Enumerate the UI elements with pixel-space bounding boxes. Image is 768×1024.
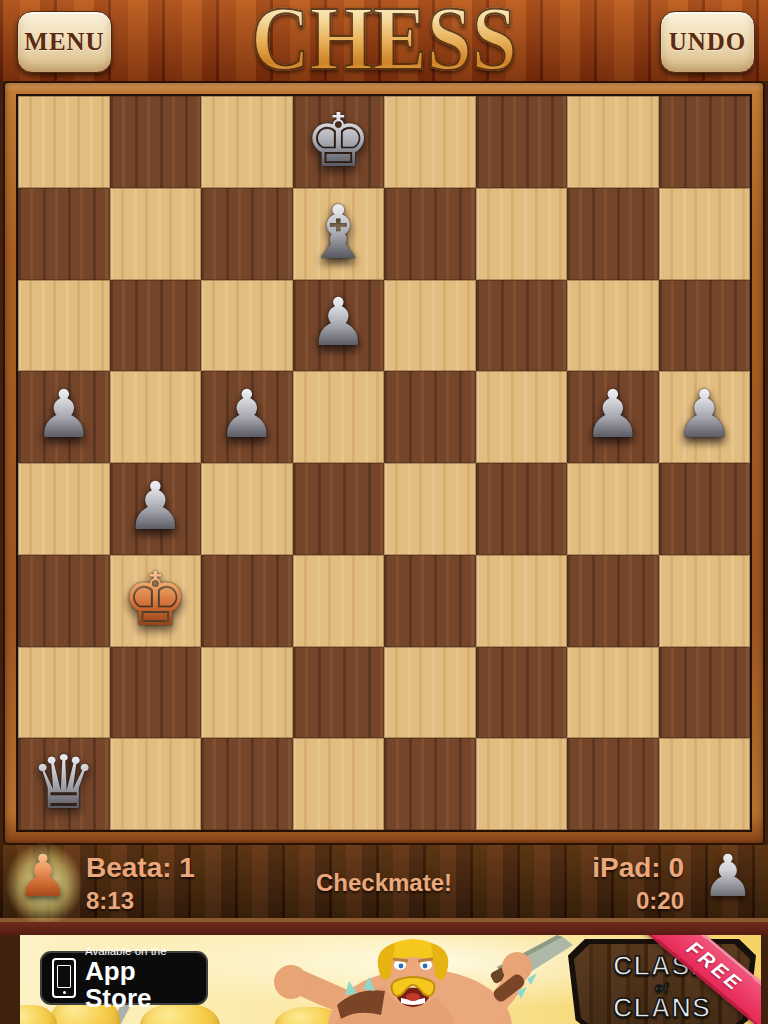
square-h3[interactable] <box>659 555 751 647</box>
square-a7[interactable] <box>18 188 110 280</box>
square-f7[interactable] <box>476 188 568 280</box>
square-b7[interactable] <box>110 188 202 280</box>
square-g3[interactable] <box>567 555 659 647</box>
square-h6[interactable] <box>659 280 751 372</box>
square-d6[interactable]: ♟ <box>293 280 385 372</box>
piece-black-pawn-a5[interactable]: ♟ <box>34 382 93 448</box>
square-c4[interactable] <box>201 463 293 555</box>
square-f4[interactable] <box>476 463 568 555</box>
app-store-badge-text: Available on the App Store <box>85 945 206 1012</box>
badge-large-text: App Store <box>85 958 206 1012</box>
square-e7[interactable] <box>384 188 476 280</box>
square-c7[interactable] <box>201 188 293 280</box>
square-c3[interactable] <box>201 555 293 647</box>
right-player-info: iPad: 0 0:20 <box>592 852 684 915</box>
square-f2[interactable] <box>476 647 568 739</box>
square-b5[interactable] <box>110 371 202 463</box>
square-g2[interactable] <box>567 647 659 739</box>
piece-black-pawn-g5[interactable]: ♟ <box>583 382 642 448</box>
clans-text: CLANS <box>613 995 711 1022</box>
square-c6[interactable] <box>201 280 293 372</box>
menu-button[interactable]: MENU <box>17 11 112 73</box>
square-e8[interactable] <box>384 96 476 188</box>
chess-app-screen: CHESS MENU UNDO ♚♝♟♟♟♟♟♟♚♛ ♟ Beata: 1 8:… <box>0 0 768 1024</box>
square-h5[interactable]: ♟ <box>659 371 751 463</box>
square-a6[interactable] <box>18 280 110 372</box>
square-d8[interactable]: ♚ <box>293 96 385 188</box>
piece-black-pawn-b4[interactable]: ♟ <box>126 474 185 540</box>
ad-gold-stack <box>20 1005 57 1024</box>
square-c5[interactable]: ♟ <box>201 371 293 463</box>
square-g1[interactable] <box>567 738 659 830</box>
square-b1[interactable] <box>110 738 202 830</box>
undo-button[interactable]: UNDO <box>660 11 755 73</box>
square-b8[interactable] <box>110 96 202 188</box>
square-a3[interactable] <box>18 555 110 647</box>
iphone-icon <box>52 958 76 998</box>
square-c1[interactable] <box>201 738 293 830</box>
square-d5[interactable] <box>293 371 385 463</box>
right-player-score: iPad: 0 <box>592 852 684 884</box>
bottom-hud-bar: ♟ Beata: 1 8:13 Checkmate! iPad: 0 0:20 … <box>0 845 768 922</box>
black-player-pawn-icon: ♟ <box>702 847 754 905</box>
square-a4[interactable] <box>18 463 110 555</box>
square-e2[interactable] <box>384 647 476 739</box>
square-e3[interactable] <box>384 555 476 647</box>
ad-banner[interactable]: Available on the App Store CLASH of CLAN… <box>20 935 761 1024</box>
square-d1[interactable] <box>293 738 385 830</box>
square-g4[interactable] <box>567 463 659 555</box>
app-store-badge[interactable]: Available on the App Store <box>40 951 208 1005</box>
square-b2[interactable] <box>110 647 202 739</box>
square-e1[interactable] <box>384 738 476 830</box>
square-b6[interactable] <box>110 280 202 372</box>
board-frame: ♚♝♟♟♟♟♟♟♚♛ <box>3 81 765 845</box>
ad-barbarian-illustration <box>245 935 585 1024</box>
square-b3[interactable]: ♚ <box>110 555 202 647</box>
square-d7[interactable]: ♝ <box>293 188 385 280</box>
square-e5[interactable] <box>384 371 476 463</box>
square-a5[interactable]: ♟ <box>18 371 110 463</box>
square-h1[interactable] <box>659 738 751 830</box>
divider-strip <box>0 922 768 935</box>
square-f1[interactable] <box>476 738 568 830</box>
piece-black-pawn-h5[interactable]: ♟ <box>675 382 734 448</box>
piece-black-queen-a1[interactable]: ♛ <box>31 745 97 819</box>
square-a8[interactable] <box>18 96 110 188</box>
square-f6[interactable] <box>476 280 568 372</box>
piece-black-pawn-d6[interactable]: ♟ <box>309 290 368 356</box>
piece-black-bishop-d7[interactable]: ♝ <box>305 195 371 269</box>
square-h2[interactable] <box>659 647 751 739</box>
square-h8[interactable] <box>659 96 751 188</box>
square-c8[interactable] <box>201 96 293 188</box>
square-h4[interactable] <box>659 463 751 555</box>
square-d3[interactable] <box>293 555 385 647</box>
piece-black-king-d8[interactable]: ♚ <box>305 103 371 177</box>
square-f8[interactable] <box>476 96 568 188</box>
square-f3[interactable] <box>476 555 568 647</box>
right-player-clock: 0:20 <box>592 887 684 915</box>
square-g8[interactable] <box>567 96 659 188</box>
square-a2[interactable] <box>18 647 110 739</box>
square-d4[interactable] <box>293 463 385 555</box>
square-h7[interactable] <box>659 188 751 280</box>
square-e6[interactable] <box>384 280 476 372</box>
square-e4[interactable] <box>384 463 476 555</box>
app-title: CHESS <box>46 0 722 82</box>
square-g5[interactable]: ♟ <box>567 371 659 463</box>
square-g7[interactable] <box>567 188 659 280</box>
square-d2[interactable] <box>293 647 385 739</box>
piece-black-pawn-c5[interactable]: ♟ <box>217 382 276 448</box>
square-g6[interactable] <box>567 280 659 372</box>
top-bar: CHESS MENU UNDO <box>0 0 768 81</box>
square-f5[interactable] <box>476 371 568 463</box>
chess-board: ♚♝♟♟♟♟♟♟♚♛ <box>16 94 752 832</box>
square-c2[interactable] <box>201 647 293 739</box>
piece-white-king-b3[interactable]: ♚ <box>122 562 188 636</box>
square-b4[interactable]: ♟ <box>110 463 202 555</box>
square-a1[interactable]: ♛ <box>18 738 110 830</box>
